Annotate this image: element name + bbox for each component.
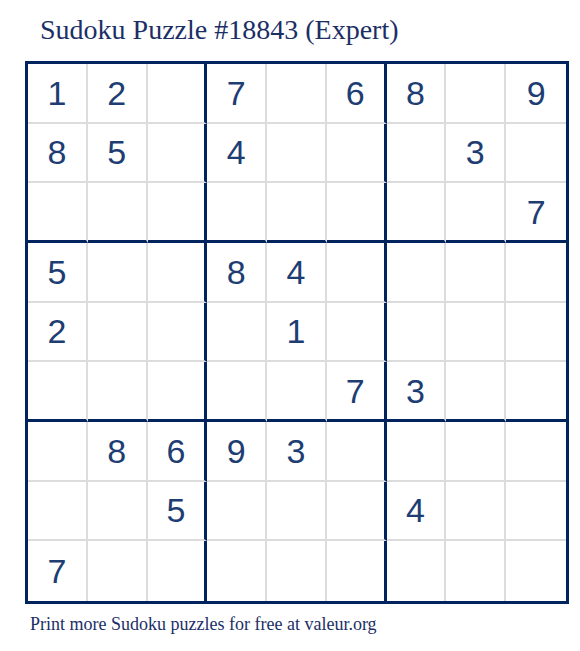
cell-r9c2 — [88, 541, 148, 601]
cell-r2c7 — [387, 124, 447, 184]
cell-r3c8 — [446, 183, 506, 243]
cell-r9c3 — [148, 541, 208, 601]
cell-r8c6 — [327, 482, 387, 542]
cell-r7c5: 3 — [267, 422, 327, 482]
cell-r5c1: 2 — [28, 303, 88, 363]
cell-r9c4 — [207, 541, 267, 601]
cell-r2c4: 4 — [207, 124, 267, 184]
cell-r2c1: 8 — [28, 124, 88, 184]
cell-r2c9 — [506, 124, 566, 184]
cell-r7c6 — [327, 422, 387, 482]
cell-r9c5 — [267, 541, 327, 601]
cell-r1c5 — [267, 64, 327, 124]
cell-r4c2 — [88, 243, 148, 303]
cell-r6c2 — [88, 362, 148, 422]
cell-r5c6 — [327, 303, 387, 363]
cell-r8c5 — [267, 482, 327, 542]
cell-r4c5: 4 — [267, 243, 327, 303]
cell-r4c4: 8 — [207, 243, 267, 303]
cell-r2c8: 3 — [446, 124, 506, 184]
cell-r5c9 — [506, 303, 566, 363]
cell-r6c3 — [148, 362, 208, 422]
cell-r7c3: 6 — [148, 422, 208, 482]
cell-r1c3 — [148, 64, 208, 124]
page-title: Sudoku Puzzle #18843 (Expert) — [40, 14, 399, 46]
cell-r1c9: 9 — [506, 64, 566, 124]
cell-r6c4 — [207, 362, 267, 422]
cell-r3c6 — [327, 183, 387, 243]
cell-r5c3 — [148, 303, 208, 363]
cell-r3c2 — [88, 183, 148, 243]
cell-r2c6 — [327, 124, 387, 184]
cell-r6c5 — [267, 362, 327, 422]
cell-r5c2 — [88, 303, 148, 363]
cell-r5c4 — [207, 303, 267, 363]
cell-r2c2: 5 — [88, 124, 148, 184]
cell-r9c1: 7 — [28, 541, 88, 601]
cell-r8c7: 4 — [387, 482, 447, 542]
cell-r7c1 — [28, 422, 88, 482]
cell-r4c7 — [387, 243, 447, 303]
cell-r6c7: 3 — [387, 362, 447, 422]
cell-r3c9: 7 — [506, 183, 566, 243]
cell-r1c2: 2 — [88, 64, 148, 124]
cell-r8c8 — [446, 482, 506, 542]
cell-r8c3: 5 — [148, 482, 208, 542]
cell-r4c6 — [327, 243, 387, 303]
cell-r9c6 — [327, 541, 387, 601]
cell-r6c9 — [506, 362, 566, 422]
cell-r2c3 — [148, 124, 208, 184]
cell-r5c7 — [387, 303, 447, 363]
cell-r7c2: 8 — [88, 422, 148, 482]
sudoku-board: 1276898543758421738693547 — [25, 61, 569, 604]
cell-r4c3 — [148, 243, 208, 303]
cell-r4c9 — [506, 243, 566, 303]
cell-r3c1 — [28, 183, 88, 243]
cell-r1c6: 6 — [327, 64, 387, 124]
cell-r3c7 — [387, 183, 447, 243]
cell-r3c3 — [148, 183, 208, 243]
cell-r7c8 — [446, 422, 506, 482]
cell-r1c7: 8 — [387, 64, 447, 124]
sudoku-grid: 1276898543758421738693547 — [25, 61, 569, 604]
cell-r8c9 — [506, 482, 566, 542]
cell-r6c6: 7 — [327, 362, 387, 422]
cell-r8c4 — [207, 482, 267, 542]
cell-r7c7 — [387, 422, 447, 482]
cell-r8c2 — [88, 482, 148, 542]
cell-r4c1: 5 — [28, 243, 88, 303]
cell-r3c4 — [207, 183, 267, 243]
cell-r1c1: 1 — [28, 64, 88, 124]
cell-r4c8 — [446, 243, 506, 303]
cell-r6c1 — [28, 362, 88, 422]
cell-r1c8 — [446, 64, 506, 124]
cell-r6c8 — [446, 362, 506, 422]
cell-r9c9 — [506, 541, 566, 601]
cell-r8c1 — [28, 482, 88, 542]
cell-r7c4: 9 — [207, 422, 267, 482]
cell-r3c5 — [267, 183, 327, 243]
cell-r9c8 — [446, 541, 506, 601]
cell-r1c4: 7 — [207, 64, 267, 124]
cell-r9c7 — [387, 541, 447, 601]
cell-r5c5: 1 — [267, 303, 327, 363]
footer-text: Print more Sudoku puzzles for free at va… — [30, 614, 377, 635]
cell-r2c5 — [267, 124, 327, 184]
cell-r5c8 — [446, 303, 506, 363]
cell-r7c9 — [506, 422, 566, 482]
